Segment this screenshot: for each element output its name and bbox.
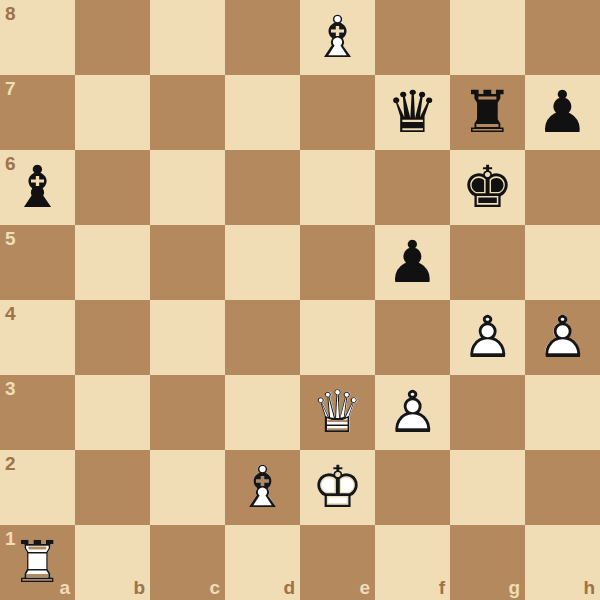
piece-white-rook[interactable]: ♜♖ (0, 525, 75, 600)
rank-label-8: 8 (5, 4, 16, 23)
white-queen-icon: ♕ (300, 375, 375, 450)
file-label-c: c (209, 578, 220, 597)
square-f1[interactable]: f (375, 525, 450, 600)
white-pawn-icon: ♙ (525, 300, 600, 375)
black-bishop-icon: ♝ (0, 150, 75, 225)
square-h3[interactable] (525, 375, 600, 450)
square-d4[interactable] (225, 300, 300, 375)
piece-white-pawn[interactable]: ♟♙ (525, 300, 600, 375)
black-rook-icon: ♜ (450, 75, 525, 150)
piece-white-pawn[interactable]: ♟♙ (375, 375, 450, 450)
chess-board: 8♝♗7♛♜♟6♝♚5♟4♟♙♟♙3♛♕♟♙2♝♗♚♔1a♜♖bcdefgh (0, 0, 600, 600)
rank-label-2: 2 (5, 454, 16, 473)
square-f4[interactable] (375, 300, 450, 375)
square-e8[interactable]: ♝♗ (300, 0, 375, 75)
piece-white-bishop[interactable]: ♝♗ (300, 0, 375, 75)
square-d3[interactable] (225, 375, 300, 450)
square-g2[interactable] (450, 450, 525, 525)
square-g1[interactable]: g (450, 525, 525, 600)
square-c5[interactable] (150, 225, 225, 300)
black-king-icon: ♚ (450, 150, 525, 225)
square-e5[interactable] (300, 225, 375, 300)
square-e7[interactable] (300, 75, 375, 150)
piece-black-pawn[interactable]: ♟ (375, 225, 450, 300)
rank-label-3: 3 (5, 379, 16, 398)
square-g7[interactable]: ♜ (450, 75, 525, 150)
square-a1[interactable]: 1a♜♖ (0, 525, 75, 600)
square-e1[interactable]: e (300, 525, 375, 600)
square-h1[interactable]: h (525, 525, 600, 600)
rank-label-7: 7 (5, 79, 16, 98)
white-rook-fill-icon: ♜ (0, 525, 75, 600)
square-h7[interactable]: ♟ (525, 75, 600, 150)
square-g3[interactable] (450, 375, 525, 450)
rank-label-4: 4 (5, 304, 16, 323)
white-pawn-fill-icon: ♟ (450, 300, 525, 375)
piece-white-king[interactable]: ♚♔ (300, 450, 375, 525)
square-b2[interactable] (75, 450, 150, 525)
rank-label-5: 5 (5, 229, 16, 248)
square-f3[interactable]: ♟♙ (375, 375, 450, 450)
black-pawn-icon: ♟ (525, 75, 600, 150)
square-h4[interactable]: ♟♙ (525, 300, 600, 375)
square-f8[interactable] (375, 0, 450, 75)
square-b6[interactable] (75, 150, 150, 225)
white-bishop-icon: ♗ (225, 450, 300, 525)
white-bishop-icon: ♗ (300, 0, 375, 75)
piece-black-king[interactable]: ♚ (450, 150, 525, 225)
square-f6[interactable] (375, 150, 450, 225)
square-e2[interactable]: ♚♔ (300, 450, 375, 525)
square-e6[interactable] (300, 150, 375, 225)
piece-white-pawn[interactable]: ♟♙ (450, 300, 525, 375)
square-c3[interactable] (150, 375, 225, 450)
square-d6[interactable] (225, 150, 300, 225)
square-d7[interactable] (225, 75, 300, 150)
square-c8[interactable] (150, 0, 225, 75)
white-pawn-fill-icon: ♟ (375, 375, 450, 450)
square-h6[interactable] (525, 150, 600, 225)
square-g6[interactable]: ♚ (450, 150, 525, 225)
file-label-b: b (133, 578, 145, 597)
white-queen-fill-icon: ♛ (300, 375, 375, 450)
square-f2[interactable] (375, 450, 450, 525)
square-b4[interactable] (75, 300, 150, 375)
piece-black-pawn[interactable]: ♟ (525, 75, 600, 150)
white-bishop-fill-icon: ♝ (300, 0, 375, 75)
square-c6[interactable] (150, 150, 225, 225)
file-label-f: f (439, 578, 445, 597)
square-a2[interactable]: 2 (0, 450, 75, 525)
square-f7[interactable]: ♛ (375, 75, 450, 150)
square-b7[interactable] (75, 75, 150, 150)
piece-black-rook[interactable]: ♜ (450, 75, 525, 150)
square-h5[interactable] (525, 225, 600, 300)
square-d2[interactable]: ♝♗ (225, 450, 300, 525)
white-pawn-icon: ♙ (450, 300, 525, 375)
white-pawn-fill-icon: ♟ (525, 300, 600, 375)
square-h8[interactable] (525, 0, 600, 75)
square-h2[interactable] (525, 450, 600, 525)
file-label-d: d (283, 578, 295, 597)
black-pawn-icon: ♟ (375, 225, 450, 300)
square-a5[interactable]: 5 (0, 225, 75, 300)
square-g5[interactable] (450, 225, 525, 300)
white-king-fill-icon: ♚ (300, 450, 375, 525)
piece-white-queen[interactable]: ♛♕ (300, 375, 375, 450)
black-queen-icon: ♛ (375, 75, 450, 150)
square-f5[interactable]: ♟ (375, 225, 450, 300)
square-a6[interactable]: 6♝ (0, 150, 75, 225)
square-c4[interactable] (150, 300, 225, 375)
square-g8[interactable] (450, 0, 525, 75)
square-g4[interactable]: ♟♙ (450, 300, 525, 375)
square-c2[interactable] (150, 450, 225, 525)
file-label-g: g (508, 578, 520, 597)
white-pawn-icon: ♙ (375, 375, 450, 450)
square-a7[interactable]: 7 (0, 75, 75, 150)
square-e4[interactable] (300, 300, 375, 375)
file-label-h: h (583, 578, 595, 597)
white-king-icon: ♔ (300, 450, 375, 525)
white-bishop-fill-icon: ♝ (225, 450, 300, 525)
file-label-e: e (359, 578, 370, 597)
square-d8[interactable] (225, 0, 300, 75)
square-c1[interactable]: c (150, 525, 225, 600)
white-rook-icon: ♖ (0, 525, 75, 600)
square-a8[interactable]: 8 (0, 0, 75, 75)
piece-black-bishop[interactable]: ♝ (0, 150, 75, 225)
square-e3[interactable]: ♛♕ (300, 375, 375, 450)
square-a3[interactable]: 3 (0, 375, 75, 450)
square-b3[interactable] (75, 375, 150, 450)
square-b1[interactable]: b (75, 525, 150, 600)
square-b8[interactable] (75, 0, 150, 75)
piece-white-bishop[interactable]: ♝♗ (225, 450, 300, 525)
square-a4[interactable]: 4 (0, 300, 75, 375)
piece-black-queen[interactable]: ♛ (375, 75, 450, 150)
square-d5[interactable] (225, 225, 300, 300)
square-c7[interactable] (150, 75, 225, 150)
square-b5[interactable] (75, 225, 150, 300)
square-d1[interactable]: d (225, 525, 300, 600)
